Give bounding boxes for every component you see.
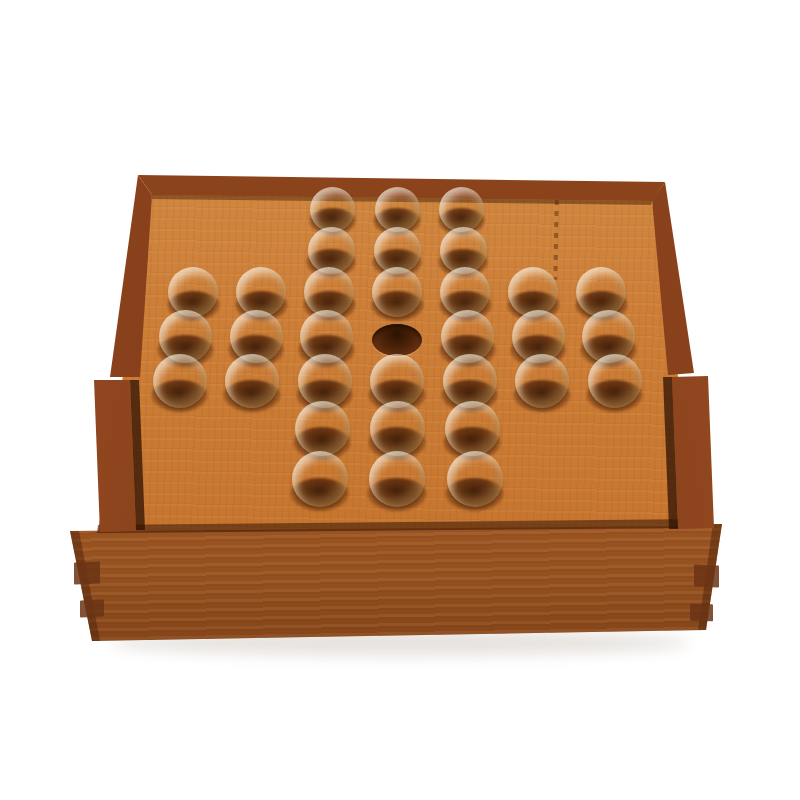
marble-r2c0[interactable] — [168, 267, 218, 317]
marble-r6c2[interactable] — [292, 451, 348, 507]
marble-r0c3[interactable] — [375, 187, 420, 232]
empty-center-hole[interactable] — [372, 324, 422, 356]
finger-joint — [690, 604, 713, 622]
marble-r5c2[interactable] — [295, 401, 350, 456]
marble-r2c3[interactable] — [372, 267, 422, 317]
marble-r4c5[interactable] — [515, 354, 569, 408]
marble-r6c3[interactable] — [369, 451, 425, 507]
marble-r0c4[interactable] — [439, 187, 484, 232]
marble-r5c4[interactable] — [445, 401, 500, 456]
marble-r4c3[interactable] — [370, 354, 424, 408]
marble-r4c2[interactable] — [298, 354, 352, 408]
finger-joint — [694, 565, 719, 588]
marble-r4c1[interactable] — [225, 354, 279, 408]
marble-r5c3[interactable] — [370, 401, 425, 456]
solitaire-board-photo — [0, 0, 800, 800]
finger-joint — [80, 600, 104, 618]
marble-r4c0[interactable] — [153, 354, 207, 408]
marble-r4c6[interactable] — [588, 354, 642, 408]
finger-joint — [74, 562, 100, 585]
marble-r4c4[interactable] — [443, 354, 497, 408]
marble-r6c4[interactable] — [447, 451, 503, 507]
marble-r0c2[interactable] — [310, 187, 355, 232]
marble-r2c6[interactable] — [576, 267, 626, 317]
